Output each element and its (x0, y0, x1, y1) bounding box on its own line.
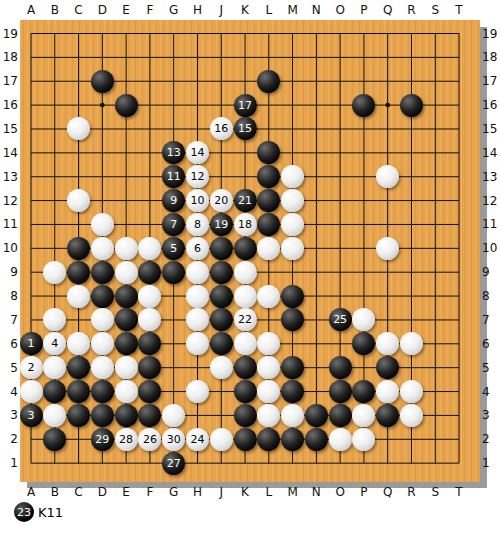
coord-bottom-E: E (115, 485, 137, 499)
stone-black-P16[interactable] (352, 94, 375, 117)
stone-black-G1[interactable]: 27 (162, 452, 185, 475)
coord-bottom-F: F (139, 485, 161, 499)
coord-left-4: 4 (0, 385, 18, 399)
stone-white-R3[interactable] (400, 404, 423, 427)
stone-black-L17[interactable] (257, 70, 280, 93)
stone-black-K4[interactable] (234, 380, 257, 403)
stone-white-Q10[interactable] (376, 237, 399, 260)
stone-black-C4[interactable] (67, 380, 90, 403)
coord-top-C: C (68, 3, 90, 17)
stone-white-J12[interactable]: 20 (210, 189, 233, 212)
coord-bottom-G: G (163, 485, 185, 499)
stone-black-D9[interactable] (91, 261, 114, 284)
stone-white-C12[interactable] (67, 189, 90, 212)
coord-bottom-D: D (91, 485, 113, 499)
stone-black-N2[interactable] (305, 428, 328, 451)
stone-black-D8[interactable] (91, 285, 114, 308)
stone-black-K16[interactable]: 17 (234, 94, 257, 117)
stone-black-C9[interactable] (67, 261, 90, 284)
stone-black-D2[interactable]: 29 (91, 428, 114, 451)
coord-bottom-R: R (400, 485, 422, 499)
stone-black-J8[interactable] (210, 285, 233, 308)
stone-white-D10[interactable] (91, 237, 114, 260)
coord-left-3: 3 (0, 408, 18, 422)
coord-left-2: 2 (0, 432, 18, 446)
stone-white-K8[interactable] (234, 285, 257, 308)
stone-white-K7[interactable]: 22 (234, 308, 257, 331)
coord-right-11: 11 (482, 217, 500, 231)
stone-white-K9[interactable] (234, 261, 257, 284)
stone-white-H8[interactable] (186, 285, 209, 308)
stone-white-C8[interactable] (67, 285, 90, 308)
stone-black-A6[interactable]: 1 (20, 332, 43, 355)
stone-black-K3[interactable] (234, 404, 257, 427)
coord-top-D: D (91, 3, 113, 17)
coord-right-8: 8 (482, 289, 500, 303)
stone-white-H9[interactable] (186, 261, 209, 284)
stone-black-Q3[interactable] (376, 404, 399, 427)
stone-white-A4[interactable] (20, 380, 43, 403)
stone-white-E10[interactable] (115, 237, 138, 260)
coord-top-O: O (329, 3, 351, 17)
stone-black-E7[interactable] (115, 308, 138, 331)
coord-bottom-A: A (20, 485, 42, 499)
stone-black-E3[interactable] (115, 404, 138, 427)
stone-black-D4[interactable] (91, 380, 114, 403)
coord-left-5: 5 (0, 361, 18, 375)
stone-black-G10[interactable]: 5 (162, 237, 185, 260)
stone-white-K11[interactable]: 18 (234, 213, 257, 236)
coord-left-1: 1 (0, 456, 18, 470)
stone-black-J9[interactable] (210, 261, 233, 284)
coord-right-15: 15 (482, 122, 500, 136)
stone-black-O5[interactable] (329, 356, 352, 379)
coord-right-16: 16 (482, 98, 500, 112)
stone-black-E8[interactable] (115, 285, 138, 308)
coord-bottom-L: L (258, 485, 280, 499)
coord-top-G: G (163, 3, 185, 17)
coord-top-B: B (44, 3, 66, 17)
coord-bottom-C: C (68, 485, 90, 499)
coord-left-19: 19 (0, 27, 18, 41)
coord-left-8: 8 (0, 289, 18, 303)
stone-white-G2[interactable]: 30 (162, 428, 185, 451)
stone-white-L8[interactable] (257, 285, 280, 308)
stone-black-O3[interactable] (329, 404, 352, 427)
coord-left-16: 16 (0, 98, 18, 112)
coord-top-H: H (186, 3, 208, 17)
stone-white-H10[interactable]: 6 (186, 237, 209, 260)
coord-top-J: J (210, 3, 232, 17)
coord-bottom-K: K (234, 485, 256, 499)
stone-black-C10[interactable] (67, 237, 90, 260)
coord-top-T: T (448, 3, 470, 17)
stone-black-E16[interactable] (115, 94, 138, 117)
stone-black-O7[interactable]: 25 (329, 308, 352, 331)
stone-white-D11[interactable] (91, 213, 114, 236)
coord-bottom-S: S (424, 485, 446, 499)
stone-black-B2[interactable] (43, 428, 66, 451)
stone-white-M10[interactable] (281, 237, 304, 260)
coord-top-S: S (424, 3, 446, 17)
stone-white-E2[interactable]: 28 (115, 428, 138, 451)
coord-right-1: 1 (482, 456, 500, 470)
coord-bottom-H: H (186, 485, 208, 499)
coord-bottom-T: T (448, 485, 470, 499)
coord-top-M: M (282, 3, 304, 17)
stone-black-J10[interactable] (210, 237, 233, 260)
stone-black-A3[interactable]: 3 (20, 404, 43, 427)
stone-black-G11[interactable]: 7 (162, 213, 185, 236)
coord-top-A: A (20, 3, 42, 17)
stone-white-F8[interactable] (138, 285, 161, 308)
coord-right-14: 14 (482, 146, 500, 160)
stone-white-D5[interactable] (91, 356, 114, 379)
coord-right-9: 9 (482, 265, 500, 279)
stone-white-O2[interactable] (329, 428, 352, 451)
stone-white-A5[interactable]: 2 (20, 356, 43, 379)
coord-bottom-Q: Q (377, 485, 399, 499)
stone-black-K10[interactable] (234, 237, 257, 260)
go-diagram-page: AABBCCDDEEFFGGHHJJKKLLMMNNOOPPQQRRSSTT19… (0, 0, 500, 537)
stone-white-M3[interactable] (281, 404, 304, 427)
coord-right-19: 19 (482, 27, 500, 41)
coord-right-7: 7 (482, 313, 500, 327)
caption-location-text: K11 (38, 505, 63, 520)
stone-black-D3[interactable] (91, 404, 114, 427)
stone-white-D6[interactable] (91, 332, 114, 355)
stone-black-M4[interactable] (281, 380, 304, 403)
stone-black-G9[interactable] (162, 261, 185, 284)
stone-black-M2[interactable] (281, 428, 304, 451)
coord-top-K: K (234, 3, 256, 17)
stone-black-C3[interactable] (67, 404, 90, 427)
stone-black-E6[interactable] (115, 332, 138, 355)
stone-white-H4[interactable] (186, 380, 209, 403)
stone-white-H12[interactable]: 10 (186, 189, 209, 212)
coord-right-3: 3 (482, 408, 500, 422)
stone-white-G3[interactable] (162, 404, 185, 427)
coord-right-10: 10 (482, 241, 500, 255)
stone-black-O4[interactable] (329, 380, 352, 403)
coord-top-E: E (115, 3, 137, 17)
stone-black-K2[interactable] (234, 428, 257, 451)
stone-black-K5[interactable] (234, 356, 257, 379)
stone-white-L10[interactable] (257, 237, 280, 260)
coord-bottom-J: J (210, 485, 232, 499)
coord-left-15: 15 (0, 122, 18, 136)
coord-left-7: 7 (0, 313, 18, 327)
coord-right-12: 12 (482, 194, 500, 208)
coord-left-13: 13 (0, 170, 18, 184)
coord-bottom-B: B (44, 485, 66, 499)
stone-black-M8[interactable] (281, 285, 304, 308)
coord-right-13: 13 (482, 170, 500, 184)
stone-black-N3[interactable] (305, 404, 328, 427)
coord-top-L: L (258, 3, 280, 17)
stone-white-E9[interactable] (115, 261, 138, 284)
coord-bottom-N: N (305, 485, 327, 499)
coord-top-N: N (305, 3, 327, 17)
coord-left-18: 18 (0, 50, 18, 64)
stone-white-M12[interactable] (281, 189, 304, 212)
stone-white-J5[interactable] (210, 356, 233, 379)
stone-black-J11[interactable]: 19 (210, 213, 233, 236)
stone-black-K12[interactable]: 21 (234, 189, 257, 212)
coord-top-F: F (139, 3, 161, 17)
coord-left-9: 9 (0, 265, 18, 279)
stone-white-B9[interactable] (43, 261, 66, 284)
stone-white-K6[interactable] (234, 332, 257, 355)
coord-right-6: 6 (482, 337, 500, 351)
stone-white-E5[interactable] (115, 356, 138, 379)
caption-stone-23: 23 (14, 502, 34, 522)
stone-black-F9[interactable] (138, 261, 161, 284)
coord-left-10: 10 (0, 241, 18, 255)
coord-bottom-M: M (282, 485, 304, 499)
coord-left-17: 17 (0, 74, 18, 88)
coord-top-Q: Q (377, 3, 399, 17)
coord-right-2: 2 (482, 432, 500, 446)
stone-white-E4[interactable] (115, 380, 138, 403)
coord-left-6: 6 (0, 337, 18, 351)
coord-left-12: 12 (0, 194, 18, 208)
coord-right-4: 4 (482, 385, 500, 399)
stone-black-R16[interactable] (400, 94, 423, 117)
coord-left-11: 11 (0, 217, 18, 231)
coord-top-P: P (353, 3, 375, 17)
stone-black-K15[interactable]: 15 (234, 117, 257, 140)
coord-bottom-O: O (329, 485, 351, 499)
move-caption: 23 K11 (14, 501, 63, 523)
stone-white-M11[interactable] (281, 213, 304, 236)
stone-black-D17[interactable] (91, 70, 114, 93)
stone-black-L2[interactable] (257, 428, 280, 451)
coord-bottom-P: P (353, 485, 375, 499)
stone-black-J6[interactable] (210, 332, 233, 355)
stone-white-H11[interactable]: 8 (186, 213, 209, 236)
coord-left-14: 14 (0, 146, 18, 160)
coord-right-18: 18 (482, 50, 500, 64)
coord-right-17: 17 (482, 74, 500, 88)
stone-white-R4[interactable] (400, 380, 423, 403)
coord-top-R: R (400, 3, 422, 17)
stone-white-H2[interactable]: 24 (186, 428, 209, 451)
stone-white-J2[interactable] (210, 428, 233, 451)
coord-right-5: 5 (482, 361, 500, 375)
